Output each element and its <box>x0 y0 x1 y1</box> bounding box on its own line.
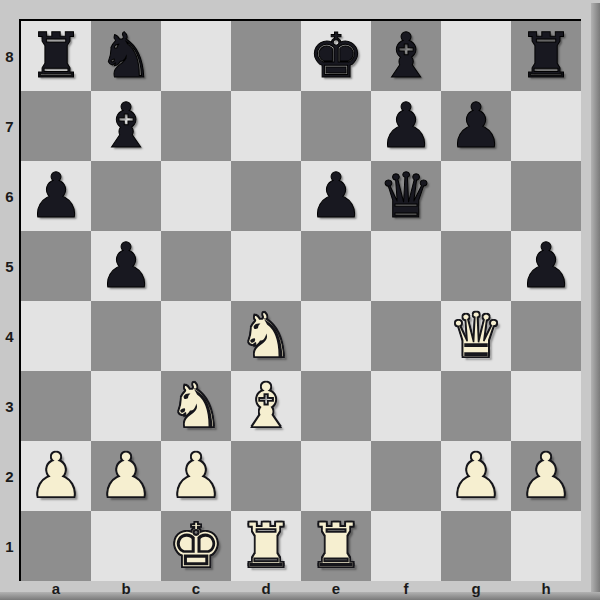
piece-black-rook-a8[interactable]: ♜ <box>21 21 91 91</box>
piece-white-pawn-c2[interactable]: ♟ <box>161 441 231 511</box>
square-f7[interactable]: ♟ <box>371 91 441 161</box>
square-b3[interactable] <box>91 371 161 441</box>
square-b5[interactable]: ♟ <box>91 231 161 301</box>
piece-black-pawn-h5[interactable]: ♟ <box>511 231 581 301</box>
square-a6[interactable]: ♟ <box>21 161 91 231</box>
square-h6[interactable] <box>511 161 581 231</box>
frame-shadow-right <box>591 3 600 600</box>
square-e5[interactable] <box>301 231 371 301</box>
square-a4[interactable] <box>21 301 91 371</box>
square-g7[interactable]: ♟ <box>441 91 511 161</box>
piece-white-bishop-d3[interactable]: ♝ <box>231 371 301 441</box>
square-c8[interactable] <box>161 21 231 91</box>
square-e4[interactable] <box>301 301 371 371</box>
square-c3[interactable]: ♞ <box>161 371 231 441</box>
chess-diagram: 87654321 abcdefgh ♜♞♚♝♜♝♟♟♟♟♛♟♟♞♛♞♝♟♟♟♟♟… <box>0 0 600 600</box>
square-d4[interactable]: ♞ <box>231 301 301 371</box>
piece-white-pawn-g2[interactable]: ♟ <box>441 441 511 511</box>
chess-board[interactable]: ♜♞♚♝♜♝♟♟♟♟♛♟♟♞♛♞♝♟♟♟♟♟♚♜♜ <box>19 19 581 581</box>
piece-black-pawn-g7[interactable]: ♟ <box>441 91 511 161</box>
square-d6[interactable] <box>231 161 301 231</box>
square-b4[interactable] <box>91 301 161 371</box>
piece-black-pawn-f7[interactable]: ♟ <box>371 91 441 161</box>
square-f8[interactable]: ♝ <box>371 21 441 91</box>
piece-white-pawn-h2[interactable]: ♟ <box>511 441 581 511</box>
square-d2[interactable] <box>231 441 301 511</box>
square-f4[interactable] <box>371 301 441 371</box>
piece-black-pawn-a6[interactable]: ♟ <box>21 161 91 231</box>
square-g6[interactable] <box>441 161 511 231</box>
file-labels: abcdefgh <box>21 579 581 598</box>
rank-labels: 87654321 <box>0 21 19 581</box>
piece-white-knight-d4[interactable]: ♞ <box>231 301 301 371</box>
file-label-c: c <box>161 579 231 598</box>
square-g1[interactable] <box>441 511 511 581</box>
piece-black-bishop-b7[interactable]: ♝ <box>91 91 161 161</box>
square-e2[interactable] <box>301 441 371 511</box>
piece-white-knight-c3[interactable]: ♞ <box>161 371 231 441</box>
piece-black-rook-h8[interactable]: ♜ <box>511 21 581 91</box>
file-label-f: f <box>371 579 441 598</box>
rank-label-1: 1 <box>0 511 19 581</box>
piece-black-knight-b8[interactable]: ♞ <box>91 21 161 91</box>
square-a8[interactable]: ♜ <box>21 21 91 91</box>
square-h5[interactable]: ♟ <box>511 231 581 301</box>
square-h7[interactable] <box>511 91 581 161</box>
file-label-a: a <box>21 579 91 598</box>
square-f2[interactable] <box>371 441 441 511</box>
piece-black-queen-f6[interactable]: ♛ <box>371 161 441 231</box>
piece-black-pawn-b5[interactable]: ♟ <box>91 231 161 301</box>
square-d3[interactable]: ♝ <box>231 371 301 441</box>
rank-label-3: 3 <box>0 371 19 441</box>
square-e7[interactable] <box>301 91 371 161</box>
square-a3[interactable] <box>21 371 91 441</box>
square-c2[interactable]: ♟ <box>161 441 231 511</box>
square-c5[interactable] <box>161 231 231 301</box>
piece-black-king-e8[interactable]: ♚ <box>301 21 371 91</box>
square-g4[interactable]: ♛ <box>441 301 511 371</box>
rank-label-2: 2 <box>0 441 19 511</box>
square-b7[interactable]: ♝ <box>91 91 161 161</box>
file-label-h: h <box>511 579 581 598</box>
square-c7[interactable] <box>161 91 231 161</box>
square-f3[interactable] <box>371 371 441 441</box>
square-f5[interactable] <box>371 231 441 301</box>
square-f1[interactable] <box>371 511 441 581</box>
square-d7[interactable] <box>231 91 301 161</box>
square-e1[interactable]: ♜ <box>301 511 371 581</box>
rank-label-5: 5 <box>0 231 19 301</box>
square-b8[interactable]: ♞ <box>91 21 161 91</box>
rank-label-7: 7 <box>0 91 19 161</box>
square-g2[interactable]: ♟ <box>441 441 511 511</box>
piece-white-queen-g4[interactable]: ♛ <box>441 301 511 371</box>
square-a2[interactable]: ♟ <box>21 441 91 511</box>
square-h8[interactable]: ♜ <box>511 21 581 91</box>
square-g5[interactable] <box>441 231 511 301</box>
square-e8[interactable]: ♚ <box>301 21 371 91</box>
piece-white-rook-d1[interactable]: ♜ <box>231 511 301 581</box>
square-c1[interactable]: ♚ <box>161 511 231 581</box>
square-h4[interactable] <box>511 301 581 371</box>
square-d8[interactable] <box>231 21 301 91</box>
piece-white-pawn-b2[interactable]: ♟ <box>91 441 161 511</box>
square-h2[interactable]: ♟ <box>511 441 581 511</box>
rank-label-6: 6 <box>0 161 19 231</box>
square-b2[interactable]: ♟ <box>91 441 161 511</box>
square-g3[interactable] <box>441 371 511 441</box>
square-a7[interactable] <box>21 91 91 161</box>
square-a1[interactable] <box>21 511 91 581</box>
piece-black-pawn-e6[interactable]: ♟ <box>301 161 371 231</box>
square-b6[interactable] <box>91 161 161 231</box>
rank-label-4: 4 <box>0 301 19 371</box>
file-label-e: e <box>301 579 371 598</box>
file-label-b: b <box>91 579 161 598</box>
piece-white-pawn-a2[interactable]: ♟ <box>21 441 91 511</box>
square-h1[interactable] <box>511 511 581 581</box>
square-f6[interactable]: ♛ <box>371 161 441 231</box>
file-label-g: g <box>441 579 511 598</box>
piece-white-king-c1[interactable]: ♚ <box>161 511 231 581</box>
square-c4[interactable] <box>161 301 231 371</box>
square-h3[interactable] <box>511 371 581 441</box>
square-e6[interactable]: ♟ <box>301 161 371 231</box>
square-e3[interactable] <box>301 371 371 441</box>
square-g8[interactable] <box>441 21 511 91</box>
rank-label-8: 8 <box>0 21 19 91</box>
square-b1[interactable] <box>91 511 161 581</box>
file-label-d: d <box>231 579 301 598</box>
square-a5[interactable] <box>21 231 91 301</box>
piece-white-rook-e1[interactable]: ♜ <box>301 511 371 581</box>
square-d1[interactable]: ♜ <box>231 511 301 581</box>
square-c6[interactable] <box>161 161 231 231</box>
square-d5[interactable] <box>231 231 301 301</box>
piece-black-bishop-f8[interactable]: ♝ <box>371 21 441 91</box>
